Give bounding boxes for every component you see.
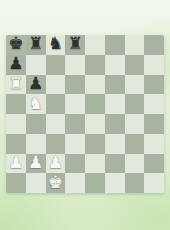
square-f8[interactable]	[105, 35, 125, 55]
square-g1[interactable]	[125, 173, 145, 193]
square-d4[interactable]	[65, 114, 85, 134]
square-a1[interactable]	[6, 173, 26, 193]
app-background: ♚♜♞♜♟♜♟♞♟♟♟♚	[0, 0, 170, 230]
square-e1[interactable]	[85, 173, 105, 193]
square-g7[interactable]	[125, 55, 145, 75]
square-g3[interactable]	[125, 134, 145, 154]
square-a7[interactable]: ♟	[6, 55, 26, 75]
square-h3[interactable]	[144, 134, 164, 154]
square-f4[interactable]	[105, 114, 125, 134]
square-d5[interactable]	[65, 94, 85, 114]
square-e2[interactable]	[85, 154, 105, 174]
square-c8[interactable]: ♞	[46, 35, 66, 55]
square-f3[interactable]	[105, 134, 125, 154]
piece-white-knight[interactable]: ♞	[28, 95, 43, 112]
piece-black-king[interactable]: ♚	[8, 35, 23, 52]
square-c1[interactable]: ♚	[46, 173, 66, 193]
square-e4[interactable]	[85, 114, 105, 134]
square-b8[interactable]: ♜	[26, 35, 46, 55]
square-g4[interactable]	[125, 114, 145, 134]
piece-black-rook[interactable]: ♜	[68, 35, 83, 52]
square-f2[interactable]	[105, 154, 125, 174]
square-b3[interactable]	[26, 134, 46, 154]
square-a6[interactable]: ♜	[6, 75, 26, 95]
square-a8[interactable]: ♚	[6, 35, 26, 55]
square-b2[interactable]: ♟	[26, 154, 46, 174]
square-c5[interactable]	[46, 94, 66, 114]
square-b4[interactable]	[26, 114, 46, 134]
piece-black-pawn[interactable]: ♟	[28, 75, 43, 92]
square-c2[interactable]: ♟	[46, 154, 66, 174]
square-h2[interactable]	[144, 154, 164, 174]
piece-white-rook[interactable]: ♜	[8, 75, 23, 92]
square-a4[interactable]	[6, 114, 26, 134]
square-f5[interactable]	[105, 94, 125, 114]
square-e8[interactable]	[85, 35, 105, 55]
square-e3[interactable]	[85, 134, 105, 154]
square-b7[interactable]	[26, 55, 46, 75]
square-d3[interactable]	[65, 134, 85, 154]
square-d1[interactable]	[65, 173, 85, 193]
square-a5[interactable]	[6, 94, 26, 114]
piece-white-king[interactable]: ♚	[48, 174, 63, 191]
square-g8[interactable]	[125, 35, 145, 55]
square-e7[interactable]	[85, 55, 105, 75]
square-c6[interactable]	[46, 75, 66, 95]
square-g2[interactable]	[125, 154, 145, 174]
square-h7[interactable]	[144, 55, 164, 75]
square-d8[interactable]: ♜	[65, 35, 85, 55]
square-d2[interactable]	[65, 154, 85, 174]
square-d6[interactable]	[65, 75, 85, 95]
chess-board: ♚♜♞♜♟♜♟♞♟♟♟♚	[6, 35, 164, 193]
square-c7[interactable]	[46, 55, 66, 75]
square-a3[interactable]	[6, 134, 26, 154]
square-f1[interactable]	[105, 173, 125, 193]
square-c4[interactable]	[46, 114, 66, 134]
square-b5[interactable]: ♞	[26, 94, 46, 114]
square-f6[interactable]	[105, 75, 125, 95]
square-f7[interactable]	[105, 55, 125, 75]
square-e5[interactable]	[85, 94, 105, 114]
square-h1[interactable]	[144, 173, 164, 193]
square-b1[interactable]	[26, 173, 46, 193]
piece-white-pawn[interactable]: ♟	[28, 154, 43, 171]
piece-white-pawn[interactable]: ♟	[48, 154, 63, 171]
square-h5[interactable]	[144, 94, 164, 114]
piece-black-pawn[interactable]: ♟	[8, 55, 23, 72]
piece-black-rook[interactable]: ♜	[28, 35, 43, 52]
square-g5[interactable]	[125, 94, 145, 114]
square-g6[interactable]	[125, 75, 145, 95]
square-a2[interactable]: ♟	[6, 154, 26, 174]
square-h6[interactable]	[144, 75, 164, 95]
square-d7[interactable]	[65, 55, 85, 75]
piece-black-knight[interactable]: ♞	[48, 35, 63, 52]
piece-white-pawn[interactable]: ♟	[8, 154, 23, 171]
square-c3[interactable]	[46, 134, 66, 154]
square-b6[interactable]: ♟	[26, 75, 46, 95]
square-e6[interactable]	[85, 75, 105, 95]
square-h8[interactable]	[144, 35, 164, 55]
square-h4[interactable]	[144, 114, 164, 134]
